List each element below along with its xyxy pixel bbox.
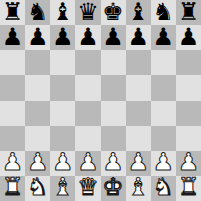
square-a6[interactable] xyxy=(0,50,25,75)
square-h1[interactable]: ♜ xyxy=(176,176,201,201)
square-h5[interactable] xyxy=(176,75,201,100)
piece-black-rook[interactable]: ♜ xyxy=(178,0,200,24)
square-g2[interactable]: ♟ xyxy=(151,151,176,176)
piece-white-pawn[interactable]: ♟ xyxy=(52,151,74,175)
square-g8[interactable]: ♞ xyxy=(151,0,176,25)
square-b1[interactable]: ♞ xyxy=(25,176,50,201)
piece-black-pawn[interactable]: ♟ xyxy=(178,25,200,49)
square-c1[interactable]: ♝ xyxy=(50,176,75,201)
square-f8[interactable]: ♝ xyxy=(126,0,151,25)
piece-black-queen[interactable]: ♛ xyxy=(77,0,99,24)
piece-white-queen[interactable]: ♛ xyxy=(77,176,99,200)
square-e1[interactable]: ♚ xyxy=(101,176,126,201)
square-a4[interactable] xyxy=(0,101,25,126)
square-c3[interactable] xyxy=(50,126,75,151)
chess-board: ♜♞♝♛♚♝♞♜♟♟♟♟♟♟♟♟♟♟♟♟♟♟♟♟♜♞♝♛♚♝♞♜ xyxy=(0,0,201,201)
square-e3[interactable] xyxy=(101,126,126,151)
square-a7[interactable]: ♟ xyxy=(0,25,25,50)
square-h7[interactable]: ♟ xyxy=(176,25,201,50)
piece-white-pawn[interactable]: ♟ xyxy=(77,151,99,175)
square-f6[interactable] xyxy=(126,50,151,75)
square-b5[interactable] xyxy=(25,75,50,100)
piece-white-bishop[interactable]: ♝ xyxy=(52,176,74,200)
square-f5[interactable] xyxy=(126,75,151,100)
square-d5[interactable] xyxy=(75,75,100,100)
square-f2[interactable]: ♟ xyxy=(126,151,151,176)
square-b4[interactable] xyxy=(25,101,50,126)
piece-black-pawn[interactable]: ♟ xyxy=(2,25,24,49)
square-f3[interactable] xyxy=(126,126,151,151)
piece-white-rook[interactable]: ♜ xyxy=(178,176,200,200)
square-c6[interactable] xyxy=(50,50,75,75)
square-g1[interactable]: ♞ xyxy=(151,176,176,201)
square-e7[interactable]: ♟ xyxy=(101,25,126,50)
piece-white-pawn[interactable]: ♟ xyxy=(102,151,124,175)
square-g6[interactable] xyxy=(151,50,176,75)
piece-black-pawn[interactable]: ♟ xyxy=(127,25,149,49)
square-a8[interactable]: ♜ xyxy=(0,0,25,25)
square-a1[interactable]: ♜ xyxy=(0,176,25,201)
square-b3[interactable] xyxy=(25,126,50,151)
square-h3[interactable] xyxy=(176,126,201,151)
piece-white-king[interactable]: ♚ xyxy=(102,176,124,200)
square-h6[interactable] xyxy=(176,50,201,75)
piece-white-pawn[interactable]: ♟ xyxy=(27,151,49,175)
square-f4[interactable] xyxy=(126,101,151,126)
square-a2[interactable]: ♟ xyxy=(0,151,25,176)
square-b7[interactable]: ♟ xyxy=(25,25,50,50)
square-f1[interactable]: ♝ xyxy=(126,176,151,201)
piece-black-pawn[interactable]: ♟ xyxy=(27,25,49,49)
piece-white-knight[interactable]: ♞ xyxy=(153,176,175,200)
piece-white-pawn[interactable]: ♟ xyxy=(2,151,24,175)
square-g7[interactable]: ♟ xyxy=(151,25,176,50)
square-h8[interactable]: ♜ xyxy=(176,0,201,25)
square-g4[interactable] xyxy=(151,101,176,126)
square-e6[interactable] xyxy=(101,50,126,75)
piece-black-king[interactable]: ♚ xyxy=(102,0,124,24)
square-d3[interactable] xyxy=(75,126,100,151)
square-c5[interactable] xyxy=(50,75,75,100)
square-d7[interactable]: ♟ xyxy=(75,25,100,50)
piece-black-rook[interactable]: ♜ xyxy=(2,0,24,24)
piece-white-pawn[interactable]: ♟ xyxy=(178,151,200,175)
square-e4[interactable] xyxy=(101,101,126,126)
square-h2[interactable]: ♟ xyxy=(176,151,201,176)
square-a5[interactable] xyxy=(0,75,25,100)
piece-black-knight[interactable]: ♞ xyxy=(153,0,175,24)
square-f7[interactable]: ♟ xyxy=(126,25,151,50)
piece-black-bishop[interactable]: ♝ xyxy=(127,0,149,24)
square-h4[interactable] xyxy=(176,101,201,126)
square-e2[interactable]: ♟ xyxy=(101,151,126,176)
square-b8[interactable]: ♞ xyxy=(25,0,50,25)
square-b2[interactable]: ♟ xyxy=(25,151,50,176)
piece-black-pawn[interactable]: ♟ xyxy=(153,25,175,49)
square-c8[interactable]: ♝ xyxy=(50,0,75,25)
square-e8[interactable]: ♚ xyxy=(101,0,126,25)
square-c7[interactable]: ♟ xyxy=(50,25,75,50)
square-c2[interactable]: ♟ xyxy=(50,151,75,176)
piece-white-rook[interactable]: ♜ xyxy=(2,176,24,200)
piece-white-knight[interactable]: ♞ xyxy=(27,176,49,200)
square-g5[interactable] xyxy=(151,75,176,100)
square-e5[interactable] xyxy=(101,75,126,100)
square-d4[interactable] xyxy=(75,101,100,126)
piece-black-knight[interactable]: ♞ xyxy=(27,0,49,24)
square-d1[interactable]: ♛ xyxy=(75,176,100,201)
piece-black-pawn[interactable]: ♟ xyxy=(77,25,99,49)
piece-white-pawn[interactable]: ♟ xyxy=(127,151,149,175)
piece-black-pawn[interactable]: ♟ xyxy=(102,25,124,49)
piece-black-bishop[interactable]: ♝ xyxy=(52,0,74,24)
square-c4[interactable] xyxy=(50,101,75,126)
square-a3[interactable] xyxy=(0,126,25,151)
square-b6[interactable] xyxy=(25,50,50,75)
square-g3[interactable] xyxy=(151,126,176,151)
square-d2[interactable]: ♟ xyxy=(75,151,100,176)
piece-white-bishop[interactable]: ♝ xyxy=(127,176,149,200)
piece-white-pawn[interactable]: ♟ xyxy=(153,151,175,175)
square-d6[interactable] xyxy=(75,50,100,75)
square-d8[interactable]: ♛ xyxy=(75,0,100,25)
piece-black-pawn[interactable]: ♟ xyxy=(52,25,74,49)
